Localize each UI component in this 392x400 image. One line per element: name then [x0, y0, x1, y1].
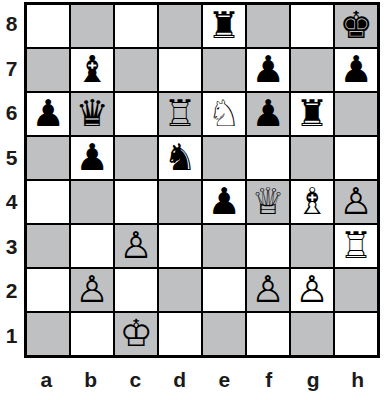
white-king-piece: ♔ [119, 313, 152, 355]
square-c2 [115, 269, 157, 311]
square-d4 [159, 181, 201, 223]
white-rook-piece: ♖ [339, 225, 372, 267]
square-e3 [203, 225, 245, 267]
rank-label-1: 1 [0, 314, 22, 359]
square-e4: ♟ [203, 181, 245, 223]
white-bishop-piece: ♗ [295, 181, 328, 223]
square-g2: ♙ [291, 269, 333, 311]
file-label-b: b [69, 364, 114, 396]
chess-board: ♜♚♝♟♟♟♛♖♘♟♜♟♞♟♕♗♙♙♖♙♙♙♔ [24, 2, 380, 358]
square-b5: ♟ [71, 137, 113, 179]
white-queen-piece: ♕ [251, 181, 284, 223]
rank-labels: 87654321 [0, 2, 22, 358]
square-d1 [159, 313, 201, 355]
square-f2: ♙ [247, 269, 289, 311]
square-b7: ♝ [71, 49, 113, 91]
square-a3 [27, 225, 69, 267]
black-pawn-piece: ♟ [75, 137, 108, 179]
square-d8 [159, 5, 201, 47]
square-f7: ♟ [247, 49, 289, 91]
black-pawn-piece: ♟ [251, 93, 284, 135]
black-rook-piece: ♜ [207, 5, 240, 47]
square-d7 [159, 49, 201, 91]
black-pawn-piece: ♟ [31, 93, 64, 135]
square-e7 [203, 49, 245, 91]
square-b8 [71, 5, 113, 47]
square-d2 [159, 269, 201, 311]
black-pawn-piece: ♟ [251, 49, 284, 91]
file-labels: abcdefgh [24, 364, 380, 396]
square-f1 [247, 313, 289, 355]
rank-label-7: 7 [0, 47, 22, 92]
white-pawn-piece: ♙ [75, 269, 108, 311]
square-c6 [115, 93, 157, 135]
square-c1: ♔ [115, 313, 157, 355]
rank-label-4: 4 [0, 180, 22, 225]
square-e6: ♘ [203, 93, 245, 135]
black-rook-piece: ♜ [295, 93, 328, 135]
black-bishop-piece: ♝ [75, 49, 108, 91]
white-pawn-piece: ♙ [251, 269, 284, 311]
square-f8 [247, 5, 289, 47]
square-g6: ♜ [291, 93, 333, 135]
rank-label-6: 6 [0, 91, 22, 136]
square-h6 [335, 93, 377, 135]
white-pawn-piece: ♙ [119, 225, 152, 267]
square-h8: ♚ [335, 5, 377, 47]
square-f4: ♕ [247, 181, 289, 223]
white-pawn-piece: ♙ [295, 269, 328, 311]
file-label-f: f [247, 364, 292, 396]
square-b2: ♙ [71, 269, 113, 311]
square-b1 [71, 313, 113, 355]
square-d3 [159, 225, 201, 267]
square-e5 [203, 137, 245, 179]
file-label-a: a [24, 364, 69, 396]
square-b6: ♛ [71, 93, 113, 135]
square-g5 [291, 137, 333, 179]
square-g4: ♗ [291, 181, 333, 223]
square-a1 [27, 313, 69, 355]
square-g1 [291, 313, 333, 355]
file-label-g: g [291, 364, 336, 396]
rank-label-2: 2 [0, 269, 22, 314]
square-a5 [27, 137, 69, 179]
rank-label-8: 8 [0, 2, 22, 47]
square-f6: ♟ [247, 93, 289, 135]
square-a8 [27, 5, 69, 47]
file-label-c: c [113, 364, 158, 396]
rank-label-5: 5 [0, 136, 22, 181]
square-a6: ♟ [27, 93, 69, 135]
black-king-piece: ♚ [339, 5, 372, 47]
square-h7: ♟ [335, 49, 377, 91]
square-h3: ♖ [335, 225, 377, 267]
square-c8 [115, 5, 157, 47]
square-a7 [27, 49, 69, 91]
file-label-h: h [336, 364, 381, 396]
square-f3 [247, 225, 289, 267]
chess-diagram: 87654321 ♜♚♝♟♟♟♛♖♘♟♜♟♞♟♕♗♙♙♖♙♙♙♔ abcdefg… [0, 0, 392, 400]
square-d6: ♖ [159, 93, 201, 135]
square-h2 [335, 269, 377, 311]
square-c3: ♙ [115, 225, 157, 267]
rank-label-3: 3 [0, 225, 22, 270]
file-label-d: d [158, 364, 203, 396]
white-rook-piece: ♖ [163, 93, 196, 135]
square-h4: ♙ [335, 181, 377, 223]
square-g7 [291, 49, 333, 91]
square-g8 [291, 5, 333, 47]
square-d5: ♞ [159, 137, 201, 179]
square-b4 [71, 181, 113, 223]
square-c5 [115, 137, 157, 179]
square-f5 [247, 137, 289, 179]
black-knight-piece: ♞ [163, 137, 196, 179]
square-a4 [27, 181, 69, 223]
square-a2 [27, 269, 69, 311]
square-e1 [203, 313, 245, 355]
square-c7 [115, 49, 157, 91]
file-label-e: e [202, 364, 247, 396]
square-g3 [291, 225, 333, 267]
square-h1 [335, 313, 377, 355]
square-e8: ♜ [203, 5, 245, 47]
square-h5 [335, 137, 377, 179]
black-queen-piece: ♛ [75, 93, 108, 135]
square-b3 [71, 225, 113, 267]
black-pawn-piece: ♟ [207, 181, 240, 223]
black-pawn-piece: ♟ [339, 49, 372, 91]
white-pawn-piece: ♙ [339, 181, 372, 223]
square-c4 [115, 181, 157, 223]
square-e2 [203, 269, 245, 311]
white-knight-piece: ♘ [207, 93, 240, 135]
